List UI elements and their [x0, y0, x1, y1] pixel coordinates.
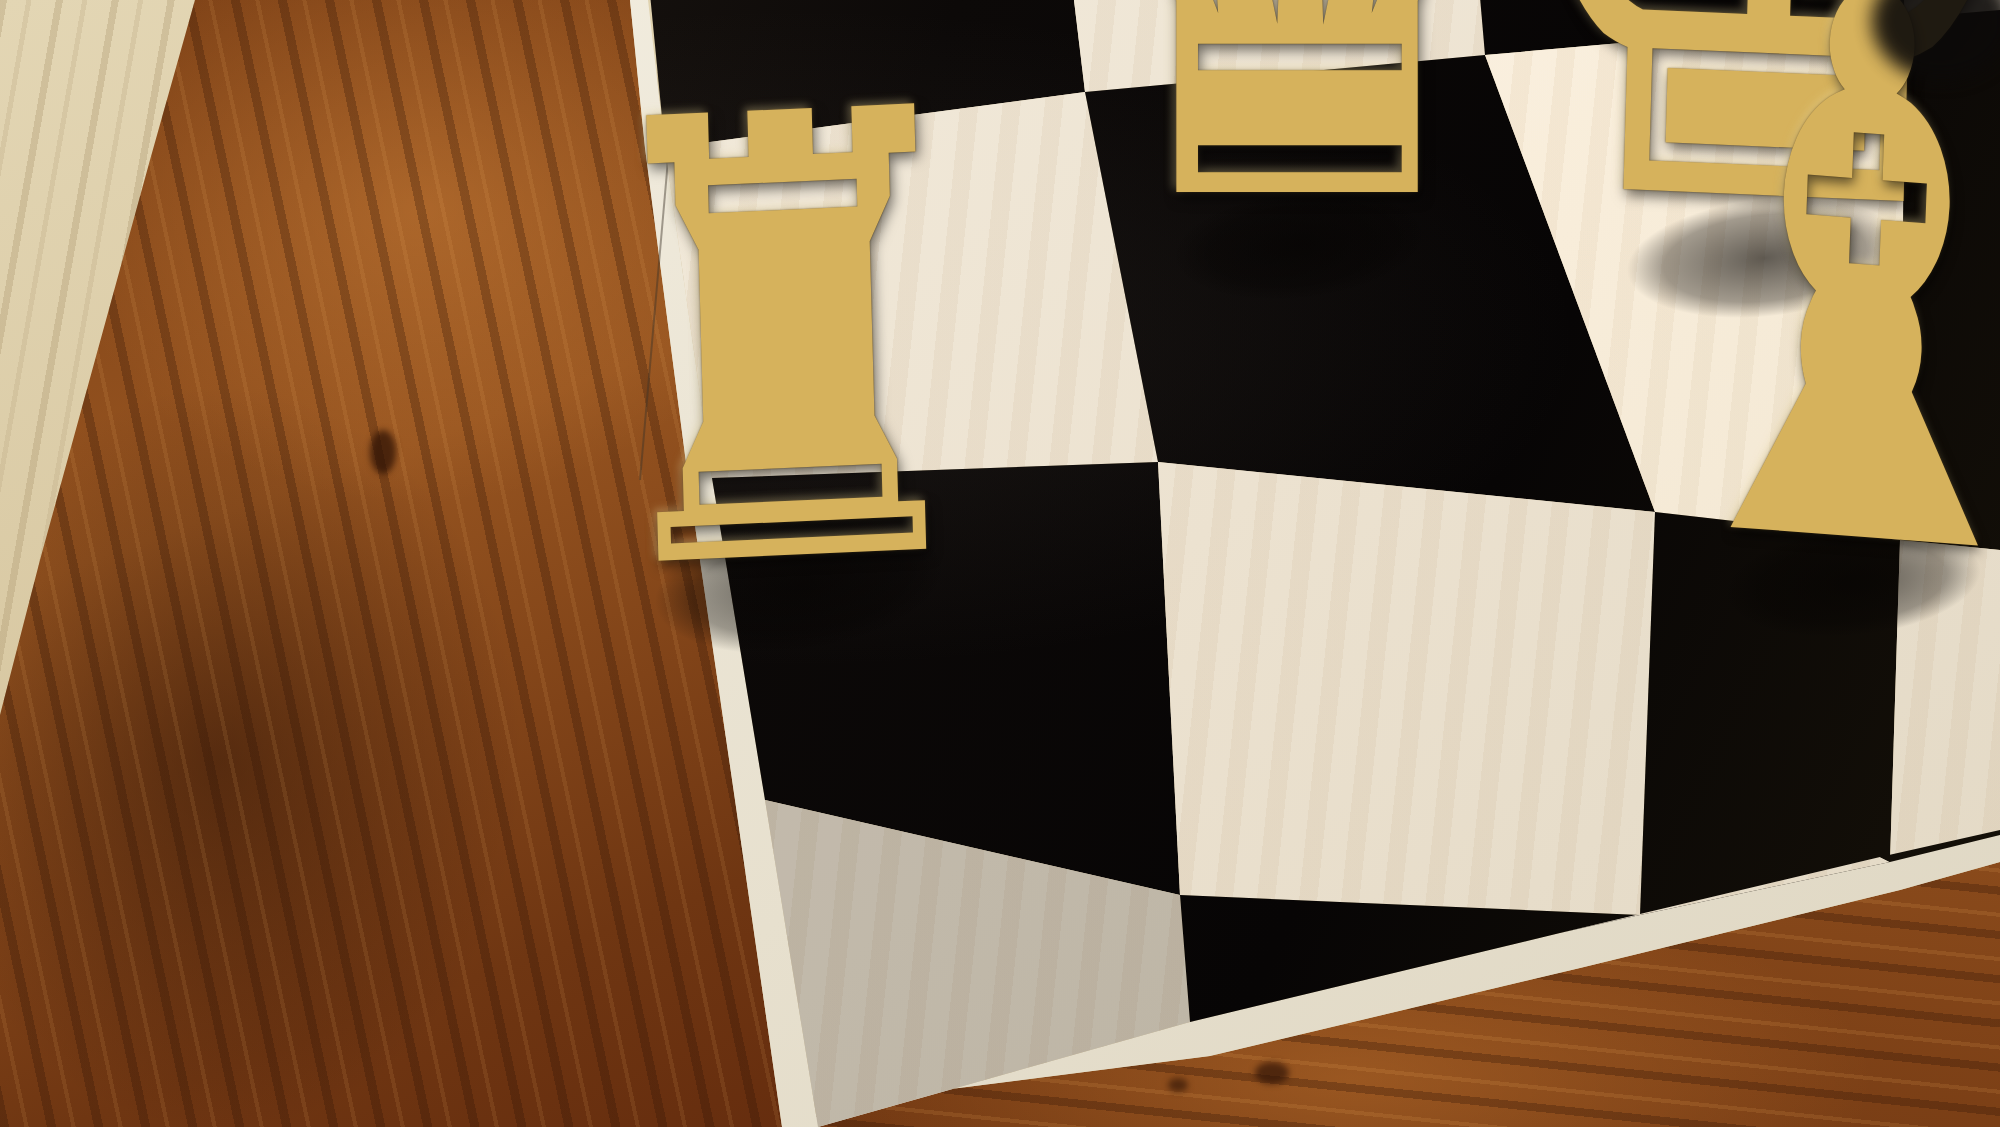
chess-photo-scene: ♜♛♚♝ — [0, 0, 2000, 1127]
piece-white-rook-a7[interactable]: ♜ — [565, 29, 1008, 658]
piece-white-bishop-c7[interactable]: ♝ — [1613, 0, 2000, 670]
wood-knot — [1255, 1062, 1289, 1084]
piece-white-queen-b6[interactable]: ♛ — [1043, 0, 1558, 300]
wood-knot — [1168, 1078, 1188, 1092]
wood-knot — [370, 430, 396, 474]
